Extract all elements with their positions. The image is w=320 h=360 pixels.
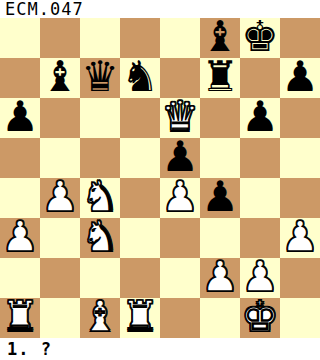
- square-e2[interactable]: [160, 258, 200, 298]
- square-g4[interactable]: [240, 178, 280, 218]
- square-b4[interactable]: ♟: [40, 178, 80, 218]
- square-h6[interactable]: [280, 98, 320, 138]
- white-pawn-e4[interactable]: ♟: [161, 176, 199, 218]
- square-b3[interactable]: [40, 218, 80, 258]
- square-g1[interactable]: ♚: [240, 298, 280, 338]
- square-a1[interactable]: ♜: [0, 298, 40, 338]
- square-h1[interactable]: [280, 298, 320, 338]
- square-d4[interactable]: [120, 178, 160, 218]
- square-g6[interactable]: ♟: [240, 98, 280, 138]
- square-b2[interactable]: [40, 258, 80, 298]
- diagram-title: ECM.047: [5, 0, 84, 18]
- square-d7[interactable]: ♞: [120, 58, 160, 98]
- square-e8[interactable]: [160, 18, 200, 58]
- square-e1[interactable]: [160, 298, 200, 338]
- white-pawn-f2[interactable]: ♟: [201, 256, 239, 298]
- white-king-g1[interactable]: ♚: [241, 296, 279, 338]
- square-h7[interactable]: ♟: [280, 58, 320, 98]
- square-c3[interactable]: ♞: [80, 218, 120, 258]
- square-h2[interactable]: [280, 258, 320, 298]
- square-a6[interactable]: ♟: [0, 98, 40, 138]
- square-d3[interactable]: [120, 218, 160, 258]
- black-knight-d7[interactable]: ♞: [121, 56, 159, 98]
- black-pawn-h7[interactable]: ♟: [281, 56, 319, 98]
- square-f1[interactable]: [200, 298, 240, 338]
- black-queen-c7[interactable]: ♛: [81, 56, 119, 98]
- square-f6[interactable]: [200, 98, 240, 138]
- chess-diagram-page: ECM.047 ♝♚♝♛♞♜♟♟♛♟♟♟♞♟♟♟♞♟♟♟♜♝♜♚ 1. ?: [0, 0, 320, 360]
- square-a8[interactable]: [0, 18, 40, 58]
- black-rook-f7[interactable]: ♜: [201, 56, 239, 98]
- square-d5[interactable]: [120, 138, 160, 178]
- square-b1[interactable]: [40, 298, 80, 338]
- square-e3[interactable]: [160, 218, 200, 258]
- square-d1[interactable]: ♜: [120, 298, 160, 338]
- square-f4[interactable]: ♟: [200, 178, 240, 218]
- square-h5[interactable]: [280, 138, 320, 178]
- black-pawn-a6[interactable]: ♟: [1, 96, 39, 138]
- square-e4[interactable]: ♟: [160, 178, 200, 218]
- square-a5[interactable]: [0, 138, 40, 178]
- white-bishop-c1[interactable]: ♝: [81, 296, 119, 338]
- square-a3[interactable]: ♟: [0, 218, 40, 258]
- square-f2[interactable]: ♟: [200, 258, 240, 298]
- square-d6[interactable]: [120, 98, 160, 138]
- black-bishop-b7[interactable]: ♝: [41, 56, 79, 98]
- square-b7[interactable]: ♝: [40, 58, 80, 98]
- chess-board: ♝♚♝♛♞♜♟♟♛♟♟♟♞♟♟♟♞♟♟♟♜♝♜♚: [0, 18, 320, 338]
- white-rook-d1[interactable]: ♜: [121, 296, 159, 338]
- white-knight-c3[interactable]: ♞: [81, 216, 119, 258]
- square-h3[interactable]: ♟: [280, 218, 320, 258]
- square-c7[interactable]: ♛: [80, 58, 120, 98]
- square-c1[interactable]: ♝: [80, 298, 120, 338]
- black-pawn-f4[interactable]: ♟: [201, 176, 239, 218]
- white-pawn-h3[interactable]: ♟: [281, 216, 319, 258]
- white-pawn-a3[interactable]: ♟: [1, 216, 39, 258]
- black-king-g8[interactable]: ♚: [241, 16, 279, 58]
- square-b6[interactable]: [40, 98, 80, 138]
- black-pawn-g6[interactable]: ♟: [241, 96, 279, 138]
- white-pawn-b4[interactable]: ♟: [41, 176, 79, 218]
- square-g8[interactable]: ♚: [240, 18, 280, 58]
- square-c6[interactable]: [80, 98, 120, 138]
- white-rook-a1[interactable]: ♜: [1, 296, 39, 338]
- square-g5[interactable]: [240, 138, 280, 178]
- square-f7[interactable]: ♜: [200, 58, 240, 98]
- move-prompt: 1. ?: [7, 338, 52, 360]
